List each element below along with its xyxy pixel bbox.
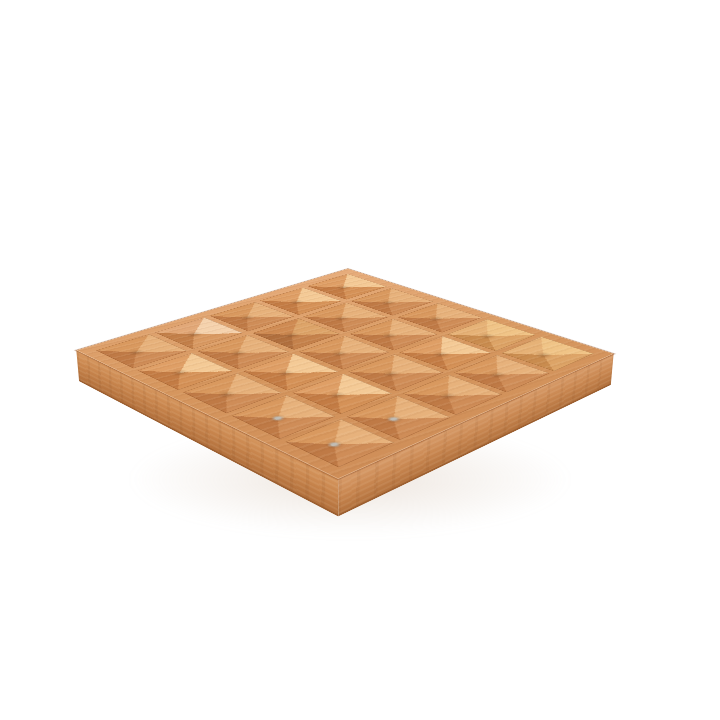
board-cell (137, 353, 232, 390)
board-cell (232, 395, 336, 439)
board-cell (183, 373, 282, 413)
board-cell (292, 374, 391, 414)
board-cell (348, 354, 443, 391)
board-cell (454, 355, 550, 392)
board-cell (347, 396, 451, 440)
board-cell (403, 375, 503, 416)
product-photo (0, 0, 720, 720)
board-cell (243, 354, 338, 391)
